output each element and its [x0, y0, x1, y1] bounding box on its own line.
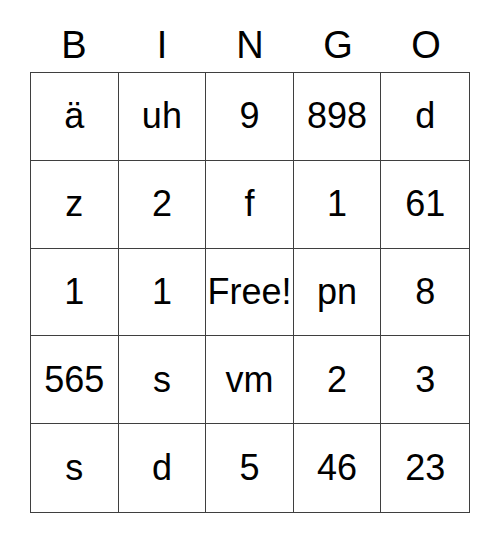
bingo-cell-r5c4[interactable]: 46: [294, 424, 382, 512]
bingo-cell-r2c3[interactable]: f: [206, 161, 294, 249]
bingo-board: ä uh 9 898 d z 2 f 1 61 1 1 Free! pn 8 5…: [30, 72, 470, 513]
bingo-cell-r5c1[interactable]: s: [31, 424, 119, 512]
bingo-cell-r2c1[interactable]: z: [31, 161, 119, 249]
bingo-cell-r5c2[interactable]: d: [119, 424, 207, 512]
bingo-cell-r3c1[interactable]: 1: [31, 249, 119, 337]
bingo-cell-r3c4[interactable]: pn: [294, 249, 382, 337]
column-header-b: B: [30, 22, 118, 68]
bingo-cell-r2c2[interactable]: 2: [119, 161, 207, 249]
bingo-cell-r1c5[interactable]: d: [381, 73, 469, 161]
column-header-g: G: [294, 22, 382, 68]
bingo-cell-r4c2[interactable]: s: [119, 336, 207, 424]
column-header-o: O: [382, 22, 470, 68]
column-header-i: I: [118, 22, 206, 68]
bingo-cell-r5c5[interactable]: 23: [381, 424, 469, 512]
bingo-cell-r1c4[interactable]: 898: [294, 73, 382, 161]
bingo-cell-r3c2[interactable]: 1: [119, 249, 207, 337]
bingo-cell-free[interactable]: Free!: [206, 249, 294, 337]
bingo-cell-r2c5[interactable]: 61: [381, 161, 469, 249]
bingo-header-row: B I N G O: [30, 22, 470, 68]
bingo-cell-r2c4[interactable]: 1: [294, 161, 382, 249]
bingo-cell-r4c3[interactable]: vm: [206, 336, 294, 424]
bingo-cell-r1c2[interactable]: uh: [119, 73, 207, 161]
bingo-cell-r3c5[interactable]: 8: [381, 249, 469, 337]
bingo-cell-r1c3[interactable]: 9: [206, 73, 294, 161]
bingo-cell-r1c1[interactable]: ä: [31, 73, 119, 161]
column-header-n: N: [206, 22, 294, 68]
bingo-cell-r4c4[interactable]: 2: [294, 336, 382, 424]
bingo-cell-r5c3[interactable]: 5: [206, 424, 294, 512]
bingo-cell-r4c5[interactable]: 3: [381, 336, 469, 424]
bingo-cell-r4c1[interactable]: 565: [31, 336, 119, 424]
bingo-card: B I N G O ä uh 9 898 d z 2 f 1 61 1 1 Fr…: [0, 0, 500, 544]
